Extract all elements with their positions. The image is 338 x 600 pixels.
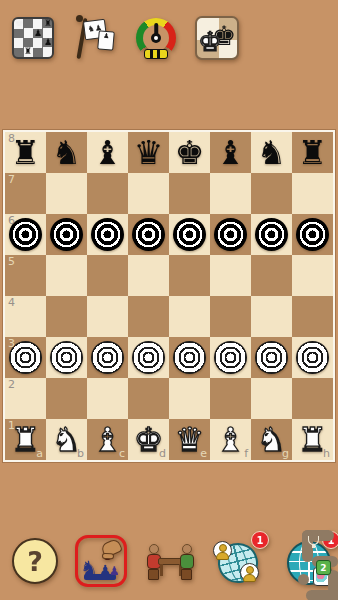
gauge-hub <box>151 33 161 43</box>
square-c3[interactable] <box>87 337 128 378</box>
square-b7[interactable] <box>46 173 87 214</box>
piece-black-rook[interactable]: ♜ <box>11 136 41 169</box>
piece-black-queen[interactable]: ♛ <box>134 136 164 169</box>
rank-label: 7 <box>8 173 15 186</box>
gauge-base <box>144 49 168 59</box>
mini-board-piece: ♜ <box>44 19 52 28</box>
rank-label: 5 <box>8 255 15 268</box>
square-b1[interactable]: b♞ <box>46 419 87 460</box>
hand-icon <box>100 538 123 559</box>
square-e4[interactable] <box>169 296 210 337</box>
file-label: f <box>244 447 248 460</box>
square-e3[interactable] <box>169 337 210 378</box>
square-a8[interactable]: 8♜ <box>5 132 46 173</box>
square-c1[interactable]: c♝ <box>87 419 128 460</box>
square-g2[interactable] <box>251 378 292 419</box>
rank-label: 8 <box>8 132 15 145</box>
square-h6[interactable] <box>292 214 333 255</box>
piece-black-pawn[interactable] <box>255 218 288 251</box>
piece-style-button[interactable]: ♚ ♚ <box>195 16 239 60</box>
trophy-icon <box>308 536 319 545</box>
piece-black-knight[interactable]: ♞ <box>257 136 287 169</box>
mini-board-piece: ♟ <box>34 29 42 38</box>
square-e1[interactable]: e♛ <box>169 419 210 460</box>
mini-chessboard-icon: ♚ ♜ ♟ ♟ ♜ <box>12 17 54 59</box>
square-b3[interactable] <box>46 337 87 378</box>
square-c5[interactable] <box>87 255 128 296</box>
piece-black-rook[interactable]: ♜ <box>298 136 328 169</box>
square-e6[interactable] <box>169 214 210 255</box>
help-button[interactable]: ? <box>12 538 58 584</box>
square-d5[interactable] <box>128 255 169 296</box>
square-c7[interactable] <box>87 173 128 214</box>
person-circle <box>213 541 232 560</box>
square-d8[interactable]: ♛ <box>128 132 169 173</box>
square-d1[interactable]: d♚ <box>128 419 169 460</box>
square-f8[interactable]: ♝ <box>210 132 251 173</box>
piece-white-pawn[interactable] <box>214 341 247 374</box>
square-a4[interactable]: 4 <box>5 296 46 337</box>
square-g1[interactable]: g♞ <box>251 419 292 460</box>
player-body <box>180 554 194 569</box>
top-toolbar: ♚ ♜ ♟ ♟ ♜ ♞♟ ♟ ♚ ♚ <box>12 15 239 61</box>
piece-white-pawn[interactable] <box>173 341 206 374</box>
square-d7[interactable] <box>128 173 169 214</box>
square-a3[interactable]: 3 <box>5 337 46 378</box>
maze-bar <box>306 590 338 600</box>
square-a2[interactable]: 2 <box>5 378 46 419</box>
piece-white-bishop[interactable]: ♝ <box>93 423 123 456</box>
file-label: h <box>323 447 330 460</box>
square-h3[interactable] <box>292 337 333 378</box>
square-f7[interactable] <box>210 173 251 214</box>
makruk-board: 8♜♞♝♛♚♝♞♜7654321a♜b♞c♝d♚e♛f♝g♞h♜ <box>3 130 335 462</box>
square-g6[interactable] <box>251 214 292 255</box>
piece-black-pawn[interactable] <box>296 218 329 251</box>
play-vs-computer-button[interactable]: ♞ ♟ ♟ <box>75 535 127 587</box>
mini-board-piece: ♟ <box>44 38 52 47</box>
square-f4[interactable] <box>210 296 251 337</box>
difficulty-button[interactable] <box>134 16 178 60</box>
rank-label: 3 <box>8 337 15 350</box>
square-e7[interactable] <box>169 173 210 214</box>
player-right <box>180 544 193 580</box>
file-label: d <box>159 447 166 460</box>
two-players-button[interactable] <box>144 537 196 585</box>
blue-knight-glyph: ♞ <box>80 558 98 578</box>
square-f6[interactable] <box>210 214 251 255</box>
rank-label: 6 <box>8 214 15 227</box>
square-a5[interactable]: 5 <box>5 255 46 296</box>
flags-button[interactable]: ♞♟ ♟ <box>71 15 117 61</box>
piece-black-pawn[interactable] <box>173 218 206 251</box>
piece-black-knight[interactable]: ♞ <box>52 136 82 169</box>
rank-label: 1 <box>8 419 15 432</box>
board-setup-button[interactable]: ♚ ♜ ♟ ♟ ♜ <box>12 17 54 59</box>
person-icon <box>219 544 227 552</box>
rank-label: 2 <box>8 378 15 391</box>
square-g3[interactable] <box>251 337 292 378</box>
square-f1[interactable]: f♝ <box>210 419 251 460</box>
board-grid: 8♜♞♝♛♚♝♞♜7654321a♜b♞c♝d♚e♛f♝g♞h♜ <box>5 132 333 460</box>
square-f5[interactable] <box>210 255 251 296</box>
piece-black-king[interactable]: ♚ <box>175 136 205 169</box>
square-e2[interactable] <box>169 378 210 419</box>
player-stool <box>148 569 159 580</box>
square-d6[interactable] <box>128 214 169 255</box>
file-label: a <box>36 447 43 460</box>
player-head <box>182 544 192 554</box>
piece-white-pawn[interactable] <box>296 341 329 374</box>
piece-white-bishop[interactable]: ♝ <box>216 423 246 456</box>
square-g4[interactable] <box>251 296 292 337</box>
piece-white-pawn[interactable] <box>132 341 165 374</box>
piece-black-pawn[interactable] <box>214 218 247 251</box>
square-h7[interactable] <box>292 173 333 214</box>
square-b2[interactable] <box>46 378 87 419</box>
piece-black-bishop[interactable]: ♝ <box>216 136 246 169</box>
notification-badge: 1 <box>251 531 269 549</box>
piece-white-pawn[interactable] <box>91 341 124 374</box>
square-f2[interactable] <box>210 378 251 419</box>
square-c2[interactable] <box>87 378 128 419</box>
square-c6[interactable] <box>87 214 128 255</box>
square-g7[interactable] <box>251 173 292 214</box>
square-h5[interactable] <box>292 255 333 296</box>
mini-board-piece: ♜ <box>24 47 32 56</box>
white-piece-glyph: ♚ <box>198 26 222 57</box>
makruk-app-screen: { "game": "makruk", "game_label": "Makru… <box>0 0 338 600</box>
square-a1[interactable]: 1a♜ <box>5 419 46 460</box>
square-f3[interactable] <box>210 337 251 378</box>
square-b6[interactable] <box>46 214 87 255</box>
rank-label: 4 <box>8 296 15 309</box>
piece-black-pawn[interactable] <box>50 218 83 251</box>
green-badge: 2 <box>316 560 331 575</box>
square-a6[interactable]: 6 <box>5 214 46 255</box>
online-friends-button[interactable]: 1 <box>213 534 267 588</box>
flag-with-pieces-icon: ♞♟ ♟ <box>71 15 117 61</box>
square-g8[interactable]: ♞ <box>251 132 292 173</box>
file-label: c <box>119 447 125 460</box>
square-b4[interactable] <box>46 296 87 337</box>
square-h2[interactable] <box>292 378 333 419</box>
leaderboard-partial-button[interactable]: 2 <box>282 518 338 600</box>
square-e8[interactable]: ♚ <box>169 132 210 173</box>
piece-black-pawn[interactable] <box>91 218 124 251</box>
square-h8[interactable]: ♜ <box>292 132 333 173</box>
square-d3[interactable] <box>128 337 169 378</box>
two-pieces-tile-icon: ♚ ♚ <box>195 16 239 60</box>
square-h4[interactable] <box>292 296 333 337</box>
square-c4[interactable] <box>87 296 128 337</box>
person-icon <box>243 574 256 582</box>
file-label: b <box>77 447 84 460</box>
piece-white-pawn[interactable] <box>50 341 83 374</box>
piece-black-pawn[interactable] <box>132 218 165 251</box>
player-head <box>149 544 159 554</box>
person-circle <box>240 563 259 582</box>
square-g5[interactable] <box>251 255 292 296</box>
square-b5[interactable] <box>46 255 87 296</box>
person-icon <box>216 552 229 560</box>
square-d4[interactable] <box>128 296 169 337</box>
maze-dot <box>298 574 309 585</box>
file-label: g <box>282 447 289 460</box>
mini-board-piece: ♚ <box>15 19 23 28</box>
piece-white-pawn[interactable] <box>255 341 288 374</box>
flag-sheet: ♟ <box>97 30 115 50</box>
square-h1[interactable]: h♜ <box>292 419 333 460</box>
player-stool <box>181 569 192 580</box>
blue-pawn-glyph: ♟ <box>109 565 120 577</box>
piece-black-bishop[interactable]: ♝ <box>93 136 123 169</box>
square-a7[interactable]: 7 <box>5 173 46 214</box>
square-e5[interactable] <box>169 255 210 296</box>
square-b8[interactable]: ♞ <box>46 132 87 173</box>
person-icon <box>246 566 254 574</box>
file-label: e <box>200 447 207 460</box>
square-d2[interactable] <box>128 378 169 419</box>
gauge-meter-icon <box>134 16 178 60</box>
square-c8[interactable]: ♝ <box>87 132 128 173</box>
